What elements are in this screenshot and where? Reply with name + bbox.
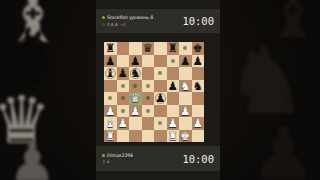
square-b1[interactable]	[117, 130, 130, 143]
square-b6[interactable]: ♟	[117, 67, 130, 80]
move-hint-dot[interactable]	[171, 59, 175, 63]
piece-black-pawn[interactable]: ♟	[117, 67, 130, 80]
piece-black-knight[interactable]: ♞	[192, 80, 205, 93]
piece-white-bishop[interactable]: ♝	[104, 117, 117, 130]
opponent-material-advantage: +4	[120, 22, 126, 27]
square-c3[interactable]: ♟	[129, 105, 142, 118]
square-d3[interactable]	[142, 105, 155, 118]
piece-black-pawn[interactable]: ♟	[179, 55, 192, 68]
piece-black-queen[interactable]: ♛	[142, 42, 155, 55]
square-h5[interactable]: ♞	[192, 80, 205, 93]
square-h8[interactable]: ♚	[192, 42, 205, 55]
opponent-info: Stockfish уровень 8 ♘♗♙♙ +4	[102, 15, 153, 27]
opponent-name[interactable]: Stockfish уровень 8	[107, 15, 153, 20]
piece-white-rook[interactable]: ♜	[104, 130, 117, 143]
move-hint-dot[interactable]	[121, 84, 125, 88]
square-g5[interactable]: ♞	[179, 80, 192, 93]
move-hint-dot[interactable]	[121, 109, 125, 113]
square-e6[interactable]	[154, 67, 167, 80]
piece-white-pawn[interactable]: ♟	[167, 117, 180, 130]
square-b8[interactable]	[117, 42, 130, 55]
square-f7[interactable]	[167, 55, 180, 68]
player-info: Dimas2296 ♝♟	[102, 153, 133, 165]
opponent-captured-pieces: ♘♗♙♙	[102, 22, 119, 27]
move-hint-dot[interactable]	[146, 84, 150, 88]
square-f8[interactable]: ♜	[167, 42, 180, 55]
online-indicator-icon	[102, 16, 105, 19]
square-g8[interactable]	[179, 42, 192, 55]
square-h7[interactable]: ♟	[192, 55, 205, 68]
square-h2[interactable]: ♟	[192, 117, 205, 130]
move-hint-dot[interactable]	[146, 109, 150, 113]
square-a1[interactable]: ♜	[104, 130, 117, 143]
square-a6[interactable]: ♝	[104, 67, 117, 80]
square-f5[interactable]: ♟	[167, 80, 180, 93]
piece-black-knight[interactable]: ♞	[129, 67, 142, 80]
piece-white-pawn[interactable]: ♟	[192, 117, 205, 130]
square-g1[interactable]: ♚	[179, 130, 192, 143]
square-h6[interactable]	[192, 67, 205, 80]
piece-black-rook[interactable]: ♜	[167, 42, 180, 55]
move-hint-dot[interactable]	[146, 96, 150, 100]
piece-white-rook[interactable]: ♜	[167, 130, 180, 143]
square-a8[interactable]: ♜	[104, 42, 117, 55]
player-name[interactable]: Dimas2296	[107, 153, 133, 158]
square-c6[interactable]: ♞	[129, 67, 142, 80]
board[interactable]: ♜♛♜♚♟♟♟♟♝♟♞♟♞♞♛♟♟♟♟♝♟♟♟♜♜♚	[104, 42, 204, 142]
square-h1[interactable]	[192, 130, 205, 143]
piece-black-pawn[interactable]: ♟	[154, 92, 167, 105]
square-e3[interactable]	[154, 105, 167, 118]
pawn-silhouette-icon: ♟	[8, 136, 56, 180]
pawn-silhouette-icon: ♟	[250, 116, 316, 180]
square-h4[interactable]	[192, 92, 205, 105]
square-f2[interactable]: ♟	[167, 117, 180, 130]
square-g4[interactable]	[179, 92, 192, 105]
online-indicator-icon	[102, 154, 105, 157]
player-captured-pieces: ♝♟	[102, 159, 110, 164]
move-hint-dot[interactable]	[158, 71, 162, 75]
square-c1[interactable]	[129, 130, 142, 143]
piece-white-king[interactable]: ♚	[179, 130, 192, 143]
square-c4[interactable]: ♛	[129, 92, 142, 105]
square-e2[interactable]	[154, 117, 167, 130]
piece-black-pawn[interactable]: ♟	[167, 80, 180, 93]
move-hint-dot[interactable]	[158, 121, 162, 125]
square-f6[interactable]	[167, 67, 180, 80]
square-c2[interactable]	[129, 117, 142, 130]
move-hint-dot[interactable]	[183, 46, 187, 50]
square-e1[interactable]	[154, 130, 167, 143]
square-d1[interactable]	[142, 130, 155, 143]
square-g7[interactable]: ♟	[179, 55, 192, 68]
opponent-clock: 10:00	[182, 15, 214, 27]
square-e7[interactable]	[154, 55, 167, 68]
piece-black-rook[interactable]: ♜	[104, 42, 117, 55]
square-b4[interactable]	[117, 92, 130, 105]
square-d4[interactable]	[142, 92, 155, 105]
square-e4[interactable]: ♟	[154, 92, 167, 105]
piece-black-pawn[interactable]: ♟	[192, 55, 205, 68]
piece-black-king[interactable]: ♚	[192, 42, 205, 55]
player-player-bar: Dimas2296 ♝♟ 10:00	[96, 146, 220, 171]
square-d7[interactable]	[142, 55, 155, 68]
piece-white-pawn[interactable]: ♟	[179, 105, 192, 118]
piece-white-pawn[interactable]: ♟	[117, 117, 130, 130]
square-d5[interactable]	[142, 80, 155, 93]
piece-black-bishop[interactable]: ♝	[104, 67, 117, 80]
player-clock: 10:00	[182, 153, 214, 165]
square-g2[interactable]	[179, 117, 192, 130]
square-f1[interactable]: ♜	[167, 130, 180, 143]
square-f4[interactable]	[167, 92, 180, 105]
piece-white-pawn[interactable]: ♟	[129, 105, 142, 118]
move-hint-dot[interactable]	[108, 96, 112, 100]
piece-white-queen[interactable]: ♛	[129, 92, 142, 105]
move-hint-dot[interactable]	[133, 84, 137, 88]
square-b5[interactable]	[117, 80, 130, 93]
move-hint-dot[interactable]	[121, 96, 125, 100]
piece-white-knight[interactable]: ♞	[179, 80, 192, 93]
square-e8[interactable]	[154, 42, 167, 55]
square-c8[interactable]	[129, 42, 142, 55]
square-d8[interactable]: ♛	[142, 42, 155, 55]
square-a2[interactable]: ♝	[104, 117, 117, 130]
chess-app-panel: Stockfish уровень 8 ♘♗♙♙ +4 10:00 ♜♛♜♚♟♟…	[96, 0, 220, 180]
square-g3[interactable]: ♟	[179, 105, 192, 118]
square-a4[interactable]	[104, 92, 117, 105]
square-b2[interactable]: ♟	[117, 117, 130, 130]
opponent-player-bar: Stockfish уровень 8 ♘♗♙♙ +4 10:00	[96, 9, 220, 33]
square-a5[interactable]	[104, 80, 117, 93]
screenshot-stage: ♝ ♞ ♛ ♟ ♝ ♞ ♟ Stockfish уровень 8 ♘♗♙♙ +…	[0, 0, 320, 180]
square-g6[interactable]	[179, 67, 192, 80]
square-d2[interactable]	[142, 117, 155, 130]
square-d6[interactable]	[142, 67, 155, 80]
